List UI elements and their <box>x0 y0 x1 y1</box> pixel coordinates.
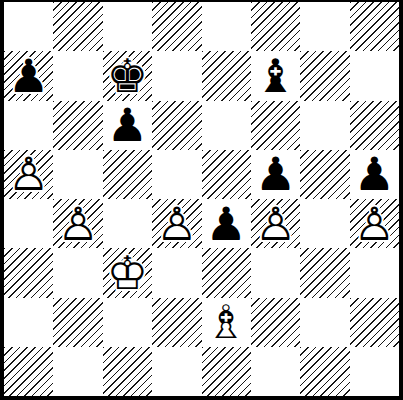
square-g4[interactable] <box>300 199 349 248</box>
white-king-piece: ♚♔ <box>103 248 152 297</box>
square-a8[interactable] <box>4 2 53 51</box>
square-h6[interactable] <box>350 101 399 150</box>
white-pawn-icon: ♙ <box>350 199 399 248</box>
square-e1[interactable] <box>202 347 251 396</box>
white-pawn-icon: ♙ <box>251 199 300 248</box>
square-b4[interactable]: ♟♙ <box>53 199 102 248</box>
square-d5[interactable] <box>152 150 201 199</box>
square-f2[interactable] <box>251 298 300 347</box>
square-f5[interactable]: ♟ <box>251 150 300 199</box>
square-g1[interactable] <box>300 347 349 396</box>
square-a1[interactable] <box>4 347 53 396</box>
square-h3[interactable] <box>350 248 399 297</box>
white-bishop-piece: ♝♗ <box>202 298 251 347</box>
square-d2[interactable] <box>152 298 201 347</box>
square-c4[interactable] <box>103 199 152 248</box>
white-bishop-icon: ♗ <box>202 298 251 347</box>
black-king-icon: ♚ <box>103 51 152 100</box>
square-e2[interactable]: ♝♗ <box>202 298 251 347</box>
white-pawn-piece: ♟♙ <box>53 199 102 248</box>
square-h8[interactable] <box>350 2 399 51</box>
square-a7[interactable]: ♟ <box>4 51 53 100</box>
white-bishop-fill: ♝ <box>202 298 251 347</box>
square-h5[interactable]: ♟ <box>350 150 399 199</box>
square-f7[interactable]: ♝ <box>251 51 300 100</box>
square-d7[interactable] <box>152 51 201 100</box>
square-d4[interactable]: ♟♙ <box>152 199 201 248</box>
square-c6[interactable]: ♟ <box>103 101 152 150</box>
square-f4[interactable]: ♟♙ <box>251 199 300 248</box>
square-b1[interactable] <box>53 347 102 396</box>
black-king-piece: ♚ <box>103 51 152 100</box>
square-c7[interactable]: ♚ <box>103 51 152 100</box>
white-pawn-icon: ♙ <box>53 199 102 248</box>
white-king-icon: ♔ <box>103 248 152 297</box>
chess-board: ♟♚♝♟♟♙♟♟♟♙♟♙♟♟♙♟♙♚♔♝♗ <box>0 0 403 400</box>
square-a2[interactable] <box>4 298 53 347</box>
square-e8[interactable] <box>202 2 251 51</box>
black-pawn-icon: ♟ <box>103 101 152 150</box>
black-bishop-icon: ♝ <box>251 51 300 100</box>
square-c3[interactable]: ♚♔ <box>103 248 152 297</box>
square-g6[interactable] <box>300 101 349 150</box>
square-a6[interactable] <box>4 101 53 150</box>
white-pawn-piece: ♟♙ <box>152 199 201 248</box>
black-pawn-icon: ♟ <box>202 199 251 248</box>
white-pawn-fill: ♟ <box>4 150 53 199</box>
square-a5[interactable]: ♟♙ <box>4 150 53 199</box>
square-e5[interactable] <box>202 150 251 199</box>
square-b5[interactable] <box>53 150 102 199</box>
white-pawn-piece: ♟♙ <box>251 199 300 248</box>
square-g2[interactable] <box>300 298 349 347</box>
black-pawn-icon: ♟ <box>4 51 53 100</box>
square-g8[interactable] <box>300 2 349 51</box>
square-g3[interactable] <box>300 248 349 297</box>
black-pawn-icon: ♟ <box>251 150 300 199</box>
white-pawn-fill: ♟ <box>350 199 399 248</box>
square-e7[interactable] <box>202 51 251 100</box>
white-pawn-fill: ♟ <box>251 199 300 248</box>
white-pawn-piece: ♟♙ <box>4 150 53 199</box>
square-f3[interactable] <box>251 248 300 297</box>
square-b6[interactable] <box>53 101 102 150</box>
square-b8[interactable] <box>53 2 102 51</box>
square-a4[interactable] <box>4 199 53 248</box>
white-pawn-fill: ♟ <box>152 199 201 248</box>
square-f1[interactable] <box>251 347 300 396</box>
square-h7[interactable] <box>350 51 399 100</box>
white-pawn-fill: ♟ <box>53 199 102 248</box>
square-f8[interactable] <box>251 2 300 51</box>
square-g5[interactable] <box>300 150 349 199</box>
square-c8[interactable] <box>103 2 152 51</box>
square-b3[interactable] <box>53 248 102 297</box>
square-c5[interactable] <box>103 150 152 199</box>
white-pawn-piece: ♟♙ <box>350 199 399 248</box>
square-c1[interactable] <box>103 347 152 396</box>
square-d8[interactable] <box>152 2 201 51</box>
black-bishop-piece: ♝ <box>251 51 300 100</box>
square-h4[interactable]: ♟♙ <box>350 199 399 248</box>
black-pawn-piece: ♟ <box>251 150 300 199</box>
square-h1[interactable] <box>350 347 399 396</box>
black-pawn-piece: ♟ <box>202 199 251 248</box>
square-d6[interactable] <box>152 101 201 150</box>
square-e4[interactable]: ♟ <box>202 199 251 248</box>
square-e3[interactable] <box>202 248 251 297</box>
square-b2[interactable] <box>53 298 102 347</box>
black-pawn-icon: ♟ <box>350 150 399 199</box>
square-g7[interactable] <box>300 51 349 100</box>
square-c2[interactable] <box>103 298 152 347</box>
white-king-fill: ♚ <box>103 248 152 297</box>
white-pawn-icon: ♙ <box>152 199 201 248</box>
square-b7[interactable] <box>53 51 102 100</box>
black-pawn-piece: ♟ <box>350 150 399 199</box>
black-pawn-piece: ♟ <box>4 51 53 100</box>
black-pawn-piece: ♟ <box>103 101 152 150</box>
square-e6[interactable] <box>202 101 251 150</box>
white-pawn-icon: ♙ <box>4 150 53 199</box>
square-d3[interactable] <box>152 248 201 297</box>
square-d1[interactable] <box>152 347 201 396</box>
square-h2[interactable] <box>350 298 399 347</box>
square-f6[interactable] <box>251 101 300 150</box>
square-a3[interactable] <box>4 248 53 297</box>
